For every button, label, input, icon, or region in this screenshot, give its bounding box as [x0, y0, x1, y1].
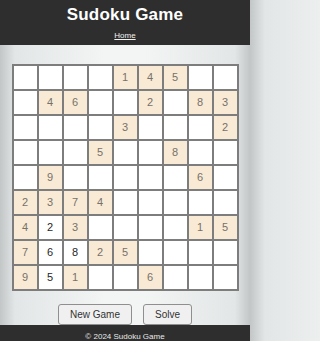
sudoku-cell[interactable] [89, 116, 112, 139]
sudoku-cell[interactable] [114, 191, 137, 214]
sudoku-cell[interactable] [164, 266, 187, 289]
sudoku-cell: 5 [164, 66, 187, 89]
sudoku-cell: 9 [14, 266, 37, 289]
sudoku-cell[interactable] [64, 66, 87, 89]
sudoku-cell: 6 [189, 166, 212, 189]
sudoku-cell: 3 [64, 216, 87, 239]
sudoku-cell[interactable] [189, 66, 212, 89]
controls-bar: New Game Solve [58, 304, 192, 325]
sudoku-cell: 3 [39, 191, 62, 214]
sudoku-cell: 2 [214, 116, 237, 139]
sudoku-board: 14546283325896237442315768259516 [12, 64, 239, 291]
sudoku-cell[interactable] [214, 241, 237, 264]
sudoku-cell[interactable] [139, 241, 162, 264]
sudoku-cell[interactable] [89, 166, 112, 189]
sudoku-cell[interactable] [164, 166, 187, 189]
sudoku-cell[interactable] [89, 216, 112, 239]
sudoku-cell[interactable] [114, 91, 137, 114]
sudoku-cell[interactable] [39, 116, 62, 139]
sudoku-cell: 1 [64, 266, 87, 289]
app-header: Sudoku Game Home [0, 0, 250, 45]
sudoku-cell: 1 [189, 216, 212, 239]
sudoku-cell: 2 [139, 91, 162, 114]
sudoku-cell: 1 [114, 66, 137, 89]
sudoku-cell[interactable] [14, 91, 37, 114]
sudoku-cell: 9 [39, 166, 62, 189]
sudoku-cell[interactable] [114, 166, 137, 189]
copyright-text: © 2024 Sudoku Game [0, 332, 250, 341]
sudoku-cell[interactable] [64, 141, 87, 164]
page-title: Sudoku Game [0, 5, 250, 24]
sudoku-cell: 4 [89, 191, 112, 214]
sudoku-cell: 8 [164, 141, 187, 164]
sudoku-cell[interactable] [39, 141, 62, 164]
sudoku-cell: 5 [89, 141, 112, 164]
home-link[interactable]: Home [114, 31, 135, 40]
app-footer: © 2024 Sudoku Game [0, 325, 250, 341]
sudoku-cell[interactable] [164, 91, 187, 114]
sudoku-cell: 2 [89, 241, 112, 264]
sudoku-cell: 4 [139, 66, 162, 89]
sudoku-cell[interactable] [214, 141, 237, 164]
sudoku-cell[interactable] [164, 241, 187, 264]
sudoku-cell[interactable] [164, 191, 187, 214]
sudoku-cell: 4 [39, 91, 62, 114]
solve-button[interactable]: Solve [143, 304, 192, 325]
sudoku-cell[interactable] [189, 116, 212, 139]
sudoku-cell: 5 [214, 216, 237, 239]
main-content: 14546283325896237442315768259516 New Gam… [0, 45, 250, 325]
sudoku-cell: 2 [14, 191, 37, 214]
sudoku-cell: 3 [114, 116, 137, 139]
sudoku-cell[interactable] [89, 91, 112, 114]
sudoku-cell[interactable] [39, 66, 62, 89]
sudoku-cell[interactable] [114, 141, 137, 164]
sudoku-cell[interactable]: 2 [39, 216, 62, 239]
sudoku-cell: 3 [214, 91, 237, 114]
sudoku-cell[interactable] [89, 266, 112, 289]
sudoku-cell[interactable] [14, 116, 37, 139]
sudoku-cell[interactable] [214, 266, 237, 289]
sudoku-cell[interactable] [64, 166, 87, 189]
sudoku-cell[interactable] [114, 216, 137, 239]
sudoku-cell[interactable] [164, 216, 187, 239]
sudoku-cell[interactable] [189, 266, 212, 289]
sudoku-cell[interactable] [14, 141, 37, 164]
sudoku-cell[interactable] [14, 166, 37, 189]
sudoku-cell: 4 [14, 216, 37, 239]
sudoku-cell[interactable] [214, 191, 237, 214]
sudoku-cell: 6 [139, 266, 162, 289]
sudoku-cell: 5 [114, 241, 137, 264]
sudoku-cell[interactable]: 5 [39, 266, 62, 289]
sudoku-cell[interactable] [139, 191, 162, 214]
sudoku-cell[interactable]: 6 [39, 241, 62, 264]
sudoku-cell[interactable] [189, 191, 212, 214]
sudoku-cell[interactable]: 8 [64, 241, 87, 264]
sudoku-cell[interactable] [64, 116, 87, 139]
sudoku-cell: 6 [64, 91, 87, 114]
sudoku-cell[interactable] [114, 266, 137, 289]
sudoku-cell: 7 [14, 241, 37, 264]
sudoku-cell: 7 [64, 191, 87, 214]
sudoku-cell[interactable] [139, 166, 162, 189]
sudoku-cell[interactable] [189, 241, 212, 264]
sudoku-cell[interactable] [214, 166, 237, 189]
sudoku-cell[interactable] [89, 66, 112, 89]
sudoku-cell[interactable] [214, 66, 237, 89]
sudoku-cell[interactable] [189, 141, 212, 164]
sudoku-cell[interactable] [139, 116, 162, 139]
sudoku-cell[interactable] [139, 141, 162, 164]
sudoku-cell: 8 [189, 91, 212, 114]
sudoku-cell[interactable] [14, 66, 37, 89]
sudoku-cell[interactable] [139, 216, 162, 239]
new-game-button[interactable]: New Game [58, 304, 132, 325]
sudoku-cell[interactable] [164, 116, 187, 139]
